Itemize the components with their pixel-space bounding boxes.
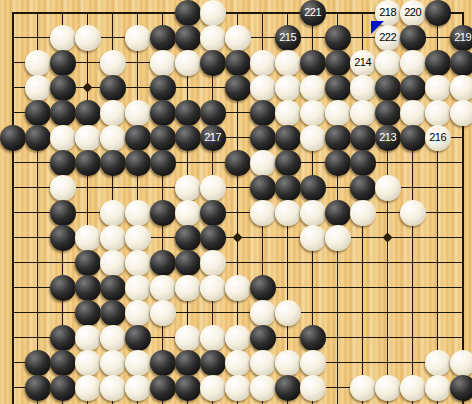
black-stone [275, 125, 301, 151]
black-stone [275, 175, 301, 201]
white-stone [125, 100, 151, 126]
white-stone [250, 350, 276, 376]
black-stone [175, 375, 201, 401]
white-stone [100, 325, 126, 351]
black-stone [300, 50, 326, 76]
move-number-label: 220 [404, 7, 421, 18]
black-stone [225, 150, 251, 176]
white-stone [275, 100, 301, 126]
black-stone [100, 75, 126, 101]
white-stone [50, 175, 76, 201]
star-point [383, 233, 393, 243]
move-number-label: 222 [379, 32, 396, 43]
black-stone [50, 350, 76, 376]
white-stone [350, 200, 376, 226]
black-stone [225, 75, 251, 101]
white-stone [125, 375, 151, 401]
white-stone [150, 275, 176, 301]
black-stone [150, 150, 176, 176]
black-stone [250, 100, 276, 126]
white-stone [75, 350, 101, 376]
black-stone [25, 100, 51, 126]
white-stone [275, 200, 301, 226]
black-stone [50, 150, 76, 176]
white-stone [175, 325, 201, 351]
white-stone [125, 350, 151, 376]
white-stone [300, 225, 326, 251]
white-stone [200, 375, 226, 401]
black-stone [25, 350, 51, 376]
black-stone [75, 300, 101, 326]
go-board[interactable]: 221218220215222219214217213216 [0, 0, 472, 404]
white-stone [50, 125, 76, 151]
star-point [83, 83, 93, 93]
black-stone [200, 350, 226, 376]
black-stone [150, 375, 176, 401]
white-stone [225, 25, 251, 51]
white-stone [125, 25, 151, 51]
black-stone [50, 225, 76, 251]
white-stone [50, 25, 76, 51]
black-stone [400, 125, 426, 151]
black-stone [175, 25, 201, 51]
white-stone [125, 200, 151, 226]
white-stone [350, 75, 376, 101]
black-stone [150, 200, 176, 226]
white-stone [100, 250, 126, 276]
white-stone [325, 225, 351, 251]
black-stone [175, 0, 201, 26]
white-stone [100, 225, 126, 251]
black-stone [325, 200, 351, 226]
black-stone [325, 125, 351, 151]
black-stone [350, 150, 376, 176]
black-stone [350, 175, 376, 201]
white-stone [225, 275, 251, 301]
black-stone [75, 250, 101, 276]
white-stone [450, 100, 472, 126]
grid-line [12, 212, 464, 213]
black-stone [75, 275, 101, 301]
black-stone [425, 50, 451, 76]
black-stone [175, 100, 201, 126]
white-stone [250, 300, 276, 326]
white-stone [350, 375, 376, 401]
white-stone [400, 375, 426, 401]
white-stone [250, 200, 276, 226]
black-stone [450, 375, 472, 401]
black-stone: 219 [450, 25, 472, 51]
black-stone [225, 50, 251, 76]
white-stone [100, 375, 126, 401]
white-stone [275, 300, 301, 326]
white-stone [200, 0, 226, 26]
white-stone [300, 200, 326, 226]
white-stone [150, 50, 176, 76]
black-stone: 215 [275, 25, 301, 51]
black-stone [25, 125, 51, 151]
white-stone [425, 100, 451, 126]
white-stone [300, 375, 326, 401]
black-stone [50, 375, 76, 401]
black-stone [200, 200, 226, 226]
black-stone [175, 125, 201, 151]
black-stone [150, 75, 176, 101]
black-stone: 217 [200, 125, 226, 151]
white-stone [200, 175, 226, 201]
white-stone [250, 375, 276, 401]
white-stone [300, 350, 326, 376]
white-stone [425, 375, 451, 401]
white-stone [100, 125, 126, 151]
white-stone [175, 275, 201, 301]
white-stone [250, 150, 276, 176]
black-stone [275, 375, 301, 401]
black-stone [50, 275, 76, 301]
move-number-label: 219 [454, 32, 471, 43]
black-stone [325, 25, 351, 51]
black-stone [400, 25, 426, 51]
black-stone [250, 125, 276, 151]
white-stone [400, 100, 426, 126]
white-stone [400, 50, 426, 76]
white-stone [375, 175, 401, 201]
white-stone [225, 325, 251, 351]
white-stone [125, 300, 151, 326]
black-stone [200, 50, 226, 76]
white-stone: 220 [400, 0, 426, 26]
white-stone [250, 50, 276, 76]
white-stone [375, 50, 401, 76]
black-stone [350, 125, 376, 151]
black-stone [0, 125, 26, 151]
white-stone [100, 100, 126, 126]
white-stone [450, 350, 472, 376]
white-stone [275, 75, 301, 101]
white-stone [225, 350, 251, 376]
white-stone [175, 175, 201, 201]
black-stone [75, 150, 101, 176]
black-stone [150, 125, 176, 151]
move-number-label: 218 [379, 7, 396, 18]
black-stone [175, 350, 201, 376]
black-stone [450, 50, 472, 76]
white-stone [350, 100, 376, 126]
black-stone [150, 100, 176, 126]
white-stone [275, 350, 301, 376]
white-stone [200, 25, 226, 51]
white-stone [425, 350, 451, 376]
move-number-label: 213 [379, 132, 396, 143]
black-stone [250, 175, 276, 201]
move-number-label: 216 [429, 132, 446, 143]
black-stone [125, 150, 151, 176]
black-stone [100, 300, 126, 326]
black-stone [150, 350, 176, 376]
black-stone [100, 150, 126, 176]
white-stone [100, 200, 126, 226]
black-stone [150, 250, 176, 276]
black-stone [250, 325, 276, 351]
white-stone [75, 225, 101, 251]
white-stone [400, 200, 426, 226]
move-number-label: 221 [304, 7, 321, 18]
white-stone [300, 75, 326, 101]
black-stone [50, 75, 76, 101]
black-stone [325, 50, 351, 76]
white-stone [200, 325, 226, 351]
white-stone [375, 375, 401, 401]
white-stone [150, 300, 176, 326]
white-stone [175, 200, 201, 226]
white-stone [200, 250, 226, 276]
black-stone [425, 0, 451, 26]
move-number-label: 217 [204, 132, 221, 143]
black-stone [50, 200, 76, 226]
white-stone: 216 [425, 125, 451, 151]
black-stone [325, 75, 351, 101]
white-stone [275, 50, 301, 76]
white-stone [100, 50, 126, 76]
white-stone [325, 100, 351, 126]
black-stone [50, 325, 76, 351]
white-stone: 214 [350, 50, 376, 76]
white-stone [75, 325, 101, 351]
last-move-marker-icon [371, 21, 384, 34]
white-stone [75, 25, 101, 51]
white-stone [125, 250, 151, 276]
black-stone [25, 375, 51, 401]
white-stone [175, 50, 201, 76]
white-stone [225, 375, 251, 401]
black-stone [75, 100, 101, 126]
black-stone [50, 100, 76, 126]
black-stone [50, 50, 76, 76]
black-stone [400, 75, 426, 101]
white-stone [200, 275, 226, 301]
black-stone [325, 150, 351, 176]
white-stone [125, 225, 151, 251]
black-stone [200, 225, 226, 251]
white-stone [425, 75, 451, 101]
white-stone [25, 50, 51, 76]
black-stone [100, 275, 126, 301]
black-stone [375, 75, 401, 101]
black-stone [200, 100, 226, 126]
black-stone [275, 150, 301, 176]
white-stone [125, 275, 151, 301]
move-number-label: 215 [279, 32, 296, 43]
black-stone [150, 25, 176, 51]
black-stone [250, 275, 276, 301]
black-stone [175, 250, 201, 276]
white-stone [75, 375, 101, 401]
white-stone [75, 125, 101, 151]
black-stone: 213 [375, 125, 401, 151]
black-stone [375, 100, 401, 126]
move-number-label: 214 [354, 57, 371, 68]
black-stone [300, 325, 326, 351]
white-stone [300, 100, 326, 126]
white-stone [450, 75, 472, 101]
white-stone [250, 75, 276, 101]
black-stone [300, 175, 326, 201]
white-stone [300, 125, 326, 151]
white-stone [25, 75, 51, 101]
white-stone [100, 350, 126, 376]
black-stone: 221 [300, 0, 326, 26]
black-stone [125, 125, 151, 151]
star-point [233, 233, 243, 243]
black-stone [175, 225, 201, 251]
black-stone [125, 325, 151, 351]
